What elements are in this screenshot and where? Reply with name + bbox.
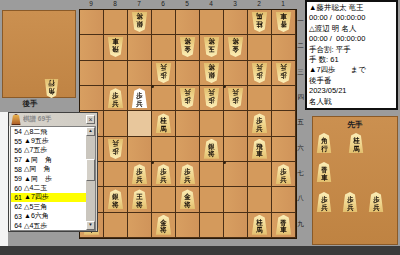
move-number: 64 [11,222,22,229]
gote-piece[interactable]: 玉将 [203,37,220,57]
board-cell-4九[interactable] [200,213,224,238]
board-cell-2五[interactable]: 歩兵 [248,111,272,136]
move-number: 58 [11,166,22,173]
gote-piece[interactable]: 歩兵 [107,139,124,159]
board-cell-7七[interactable]: 歩兵 [128,162,152,187]
board-cell-1八[interactable] [272,187,296,212]
board-cell-4六[interactable]: 銀将 [200,137,224,162]
shogi-board[interactable]: 銀将桂馬香車飛車金将玉将金将歩兵銀将歩兵歩兵歩兵歩兵歩兵歩兵歩兵歩兵桂馬歩兵歩兵… [79,9,297,239]
info-line: 00:00 / 00:00:00 [309,34,394,44]
kifu-move-row[interactable]: 56△7五歩 [11,146,86,155]
info-line: 2023/05/21 [309,86,394,96]
sente-piece[interactable]: 歩兵 [155,164,172,184]
star-point [151,161,154,164]
board-cell-7九[interactable] [128,213,152,238]
board-cell-8九[interactable] [104,213,128,238]
board-cell-4三[interactable]: 銀将 [200,61,224,86]
board-cell-3五[interactable] [224,111,248,136]
board-cell-6一[interactable] [152,10,176,35]
window-bottom-edge [0,246,400,255]
board-cell-6五[interactable]: 桂馬 [152,111,176,136]
board-cell-7五[interactable] [128,111,152,136]
kifu-window[interactable]: 棋譜 69手 × 54△8二飛55▲9五歩56△7五歩57▲同 角58△同 角5… [8,112,98,232]
board-cell-5六[interactable] [176,137,200,162]
board-cell-8八[interactable]: 銀将 [104,187,128,212]
board-cell-9二[interactable] [80,35,104,60]
kifu-move-row[interactable]: 63▲6六角 [11,212,86,221]
kifu-titlebar[interactable]: 棋譜 69手 × [9,113,97,126]
board-cell-1二[interactable] [272,35,296,60]
sente-piece[interactable]: 桂馬 [155,113,172,133]
board-cell-6八[interactable] [152,187,176,212]
board-cell-1九[interactable]: 香車 [272,213,296,238]
rank-label: 六 [296,136,305,161]
star-point [151,85,154,88]
sente-piece[interactable]: 歩兵 [251,113,268,133]
move-number: 56 [11,147,22,154]
board-cell-4一[interactable] [200,10,224,35]
sente-piece[interactable]: 桂馬 [348,133,364,153]
board-cell-5九[interactable] [176,213,200,238]
board-cell-8四[interactable]: 歩兵 [104,86,128,111]
board-cell-5二[interactable]: 金将 [176,35,200,60]
sente-piece[interactable]: 歩兵 [179,164,196,184]
rank-label: 七 [296,161,305,186]
kifu-move-row[interactable]: 57▲同 角 [11,155,86,164]
sente-piece[interactable]: 歩兵 [131,88,148,108]
board-cell-4五[interactable] [200,111,224,136]
gote-piece[interactable]: 飛車 [107,37,124,57]
gote-piece[interactable]: 銀将 [131,12,148,32]
file-label: 9 [79,0,103,8]
gote-piece[interactable]: 歩兵 [203,88,220,108]
sente-piece[interactable]: 金将 [179,189,196,209]
board-cell-7三[interactable] [128,61,152,86]
move-text: △4五歩 [24,221,47,231]
board-cell-3三[interactable] [224,61,248,86]
kifu-move-row[interactable]: 60△4二玉 [11,183,86,192]
kifu-move-row[interactable]: 59▲同 歩 [11,174,86,183]
rank-label: 一 [296,9,305,34]
board-cell-1四[interactable] [272,86,296,111]
kifu-window-title: 棋譜 69手 [23,115,84,124]
board-cell-5五[interactable] [176,111,200,136]
board-cell-9三[interactable] [80,61,104,86]
board-cell-7四[interactable]: 歩兵 [128,86,152,111]
rank-label: 九 [296,212,305,237]
sente-piece[interactable]: 角行 [316,133,332,153]
board-cell-2一[interactable]: 桂馬 [248,10,272,35]
move-number: 62 [11,203,22,210]
file-label: 6 [151,0,175,8]
board-cell-3七[interactable] [224,162,248,187]
sente-piece[interactable]: 香車 [316,162,332,182]
sente-piece[interactable]: 王将 [131,189,148,209]
board-cell-8三[interactable] [104,61,128,86]
gote-piece[interactable]: 桂馬 [251,12,268,32]
board-cell-7六[interactable] [128,137,152,162]
board-cell-5四[interactable]: 歩兵 [176,86,200,111]
board-cell-1三[interactable]: 歩兵 [272,61,296,86]
kifu-move-row[interactable]: 55▲9五歩 [11,136,86,145]
gote-piece[interactable]: 歩兵 [227,88,244,108]
gote-piece[interactable]: 角行 [44,79,59,98]
board-cell-1五[interactable] [272,111,296,136]
gote-stand-label: 後手 [8,99,52,109]
info-line: △渡辺 明 名人 [309,24,394,34]
gote-piece[interactable]: 金将 [227,37,244,57]
board-cell-2六[interactable]: 飛車 [248,137,272,162]
file-label: 8 [103,0,127,8]
rank-labels: 一二三四五六七八九 [296,9,305,237]
gote-piece[interactable]: 銀将 [203,63,220,83]
sente-piece[interactable]: 歩兵 [316,192,332,212]
kifu-move-list[interactable]: 54△8二飛55▲9五歩56△7五歩57▲同 角58△同 角59▲同 歩60△4… [10,126,96,231]
move-number: 60 [11,185,22,192]
file-label: 1 [271,0,295,8]
info-line: 手合割: 平手 [309,45,394,55]
sente-piece[interactable]: 歩兵 [368,192,384,212]
file-label: 7 [127,0,151,8]
board-cell-3四[interactable]: 歩兵 [224,86,248,111]
rank-label: 二 [296,34,305,59]
file-label: 4 [199,0,223,8]
sente-piece[interactable]: 桂馬 [251,215,268,235]
gote-hand-stand: 角行 [2,10,76,98]
info-line: 名人戦 [309,97,394,107]
board-cell-7二[interactable] [128,35,152,60]
gote-piece[interactable]: 歩兵 [155,63,172,83]
sente-hand-stand: 先手 角行桂馬香車歩兵歩兵歩兵 [312,116,398,245]
sente-piece[interactable]: 銀将 [203,139,220,159]
background-window-edge [0,112,8,246]
board-cell-6二[interactable] [152,35,176,60]
sente-piece[interactable]: 飛車 [251,139,268,159]
board-cell-3八[interactable] [224,187,248,212]
sente-piece[interactable]: 歩兵 [342,192,358,212]
board-cell-5七[interactable]: 歩兵 [176,162,200,187]
gote-piece[interactable]: 歩兵 [251,63,268,83]
gote-piece[interactable]: 歩兵 [179,88,196,108]
board-cell-7一[interactable]: 銀将 [128,10,152,35]
board-cell-6七[interactable]: 歩兵 [152,162,176,187]
file-label: 3 [223,0,247,8]
file-label: 2 [247,0,271,8]
sente-piece[interactable]: 銀将 [107,189,124,209]
info-line: 00:00 / 00:00:00 [309,13,394,23]
board-cell-3六[interactable] [224,137,248,162]
board-cell-8六[interactable]: 歩兵 [104,137,128,162]
move-number: 54 [11,128,22,135]
kifu-move-row[interactable]: 62△5三角 [11,202,86,211]
board-cell-2二[interactable] [248,35,272,60]
kifu-move-row[interactable]: 61▲7四歩 [11,193,86,202]
close-icon[interactable]: × [86,115,95,124]
gote-piece[interactable]: 香車 [275,12,292,32]
board-cell-4二[interactable]: 玉将 [200,35,224,60]
info-line: ▲7四歩 まで [309,65,394,75]
board-cell-4七[interactable] [200,162,224,187]
game-info-panel: ▲藤井聡太 竜王00:00 / 00:00:00△渡辺 明 名人00:00 / … [305,0,398,110]
shogi-app-window: { "game": "shogi", "position": { "sfen":… [0,0,400,255]
board-cell-5一[interactable] [176,10,200,35]
rank-label: 三 [296,60,305,85]
board-cell-5八[interactable]: 金将 [176,187,200,212]
kifu-scrollbar[interactable]: ▲ ▼ [86,127,95,230]
board-cell-2九[interactable]: 桂馬 [248,213,272,238]
board-cell-4八[interactable] [200,187,224,212]
board-cell-1一[interactable]: 香車 [272,10,296,35]
board-cell-4四[interactable]: 歩兵 [200,86,224,111]
board-cell-3一[interactable] [224,10,248,35]
sente-piece[interactable]: 香車 [275,215,292,235]
board-cell-9四[interactable] [80,86,104,111]
board-cell-2七[interactable] [248,162,272,187]
board-cell-2四[interactable] [248,86,272,111]
scrollbar-thumb[interactable] [86,159,95,181]
rank-label: 八 [296,186,305,211]
move-number: 63 [11,213,22,220]
board-cell-6六[interactable] [152,137,176,162]
move-number: 55 [11,138,22,145]
board-cell-2三[interactable]: 歩兵 [248,61,272,86]
move-number: 59 [11,175,22,182]
file-labels: 987654321 [79,0,295,8]
sente-stand-label: 先手 [313,120,397,130]
star-point [223,85,226,88]
info-line: ▲藤井聡太 竜王 [309,3,394,13]
kifu-move-row[interactable]: 64△4五歩 [11,221,86,230]
board-cell-6三[interactable]: 歩兵 [152,61,176,86]
rank-label: 四 [296,85,305,110]
kifu-move-row[interactable]: 58△同 角 [11,165,86,174]
board-cell-3二[interactable]: 金将 [224,35,248,60]
star-point [223,161,226,164]
board-cell-8五[interactable] [104,111,128,136]
board-cell-6九[interactable]: 金将 [152,213,176,238]
board-cell-3九[interactable] [224,213,248,238]
board-cell-8一[interactable] [104,10,128,35]
sente-piece[interactable]: 金将 [155,215,172,235]
board-cell-6四[interactable] [152,86,176,111]
info-line: 手 数: 61 [309,55,394,65]
move-number: 61 [11,194,22,201]
board-cell-9一[interactable] [80,10,104,35]
info-line: 後手番 [309,76,394,86]
board-cell-1六[interactable] [272,137,296,162]
move-number: 57 [11,156,22,163]
kifu-window-icon [11,114,21,125]
board-cell-2八[interactable] [248,187,272,212]
rank-label: 五 [296,110,305,135]
board-cell-1七[interactable]: 歩兵 [272,162,296,187]
gote-piece[interactable]: 歩兵 [275,63,292,83]
board-cell-7八[interactable]: 王将 [128,187,152,212]
board-cell-8七[interactable] [104,162,128,187]
scroll-down-icon[interactable]: ▼ [86,221,95,230]
file-label: 5 [175,0,199,8]
sente-piece[interactable]: 歩兵 [275,164,292,184]
kifu-move-row[interactable]: 54△8二飛 [11,127,86,136]
board-cell-8二[interactable]: 飛車 [104,35,128,60]
sente-piece[interactable]: 歩兵 [107,88,124,108]
gote-piece[interactable]: 金将 [179,37,196,57]
scroll-up-icon[interactable]: ▲ [86,127,95,136]
sente-piece[interactable]: 歩兵 [131,164,148,184]
board-cell-5三[interactable] [176,61,200,86]
